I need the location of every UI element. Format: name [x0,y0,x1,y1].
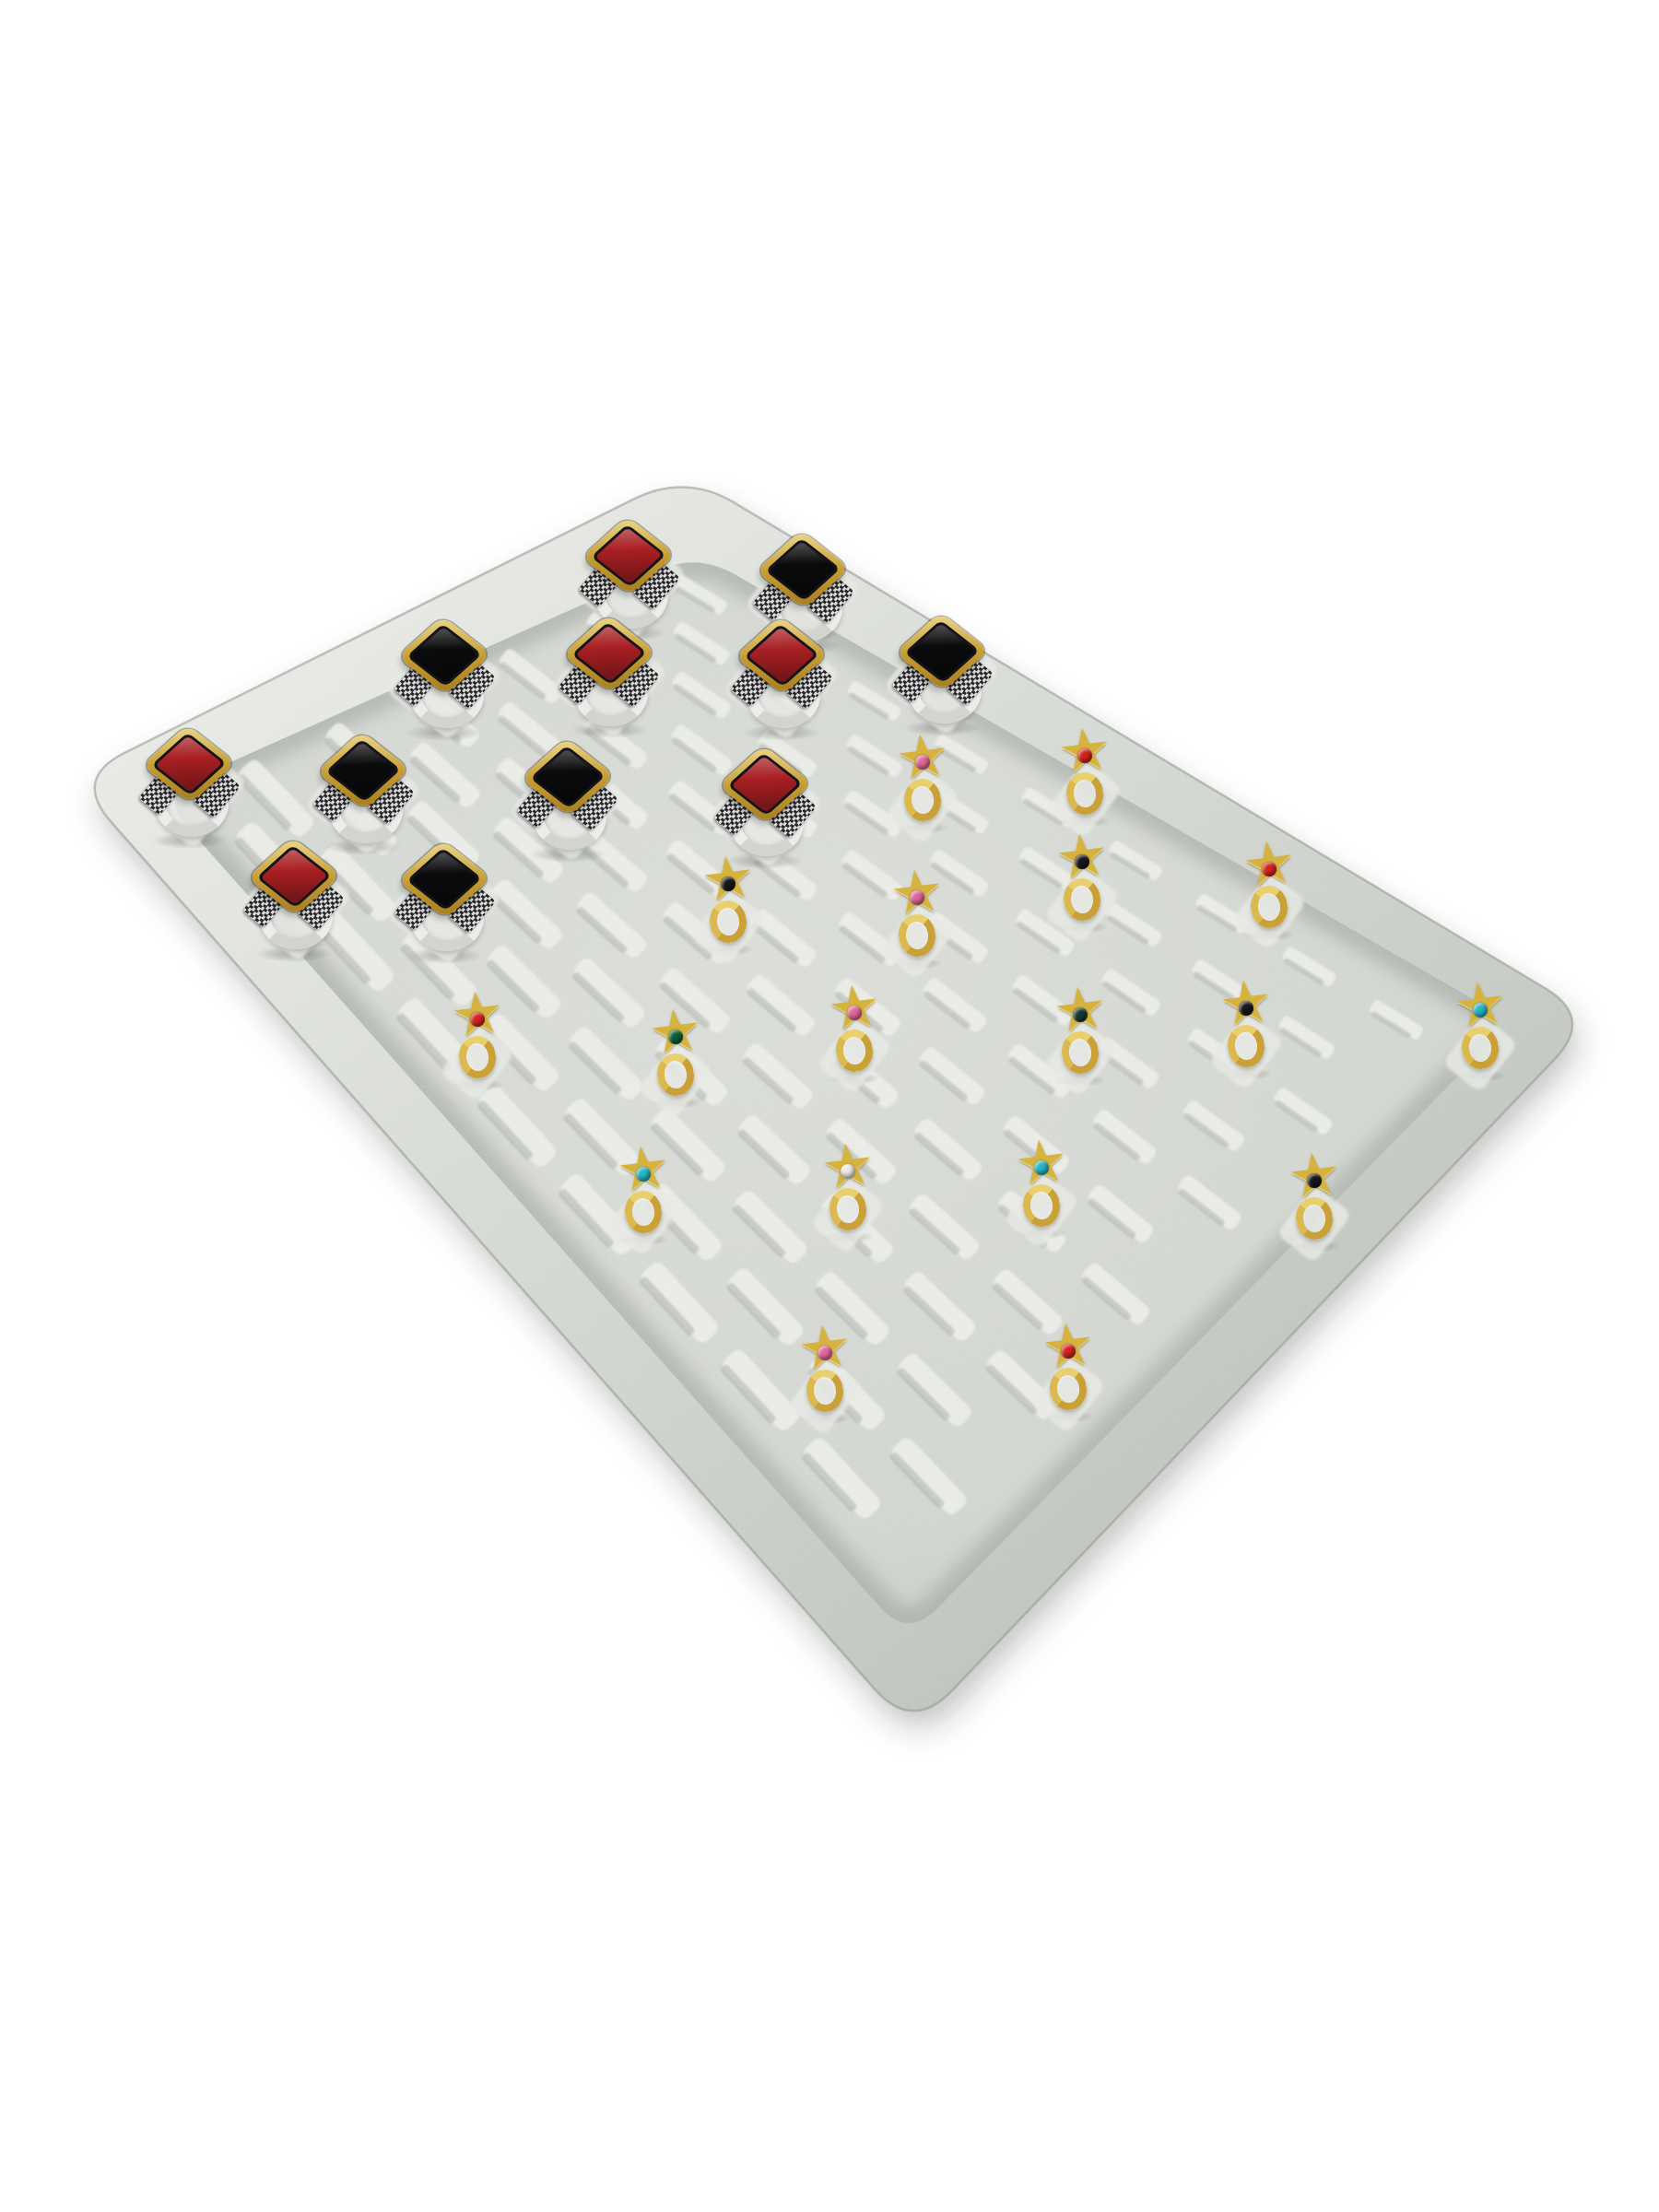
star-gem-red [1262,862,1277,877]
signet-ring-black [387,826,501,966]
star-gem-pink [818,1346,832,1360]
star-gem-red [470,1012,485,1027]
star-gem-black [1307,1173,1322,1188]
star-gem-red [1061,1344,1076,1359]
star-gem-white [841,1164,855,1179]
star-ring-pink: ★ [786,1324,864,1432]
star-gem-pink [910,890,924,905]
signet-ring-red [237,824,351,964]
star-gem-teal [1034,1160,1049,1175]
star-gem-dark-green [1073,1007,1088,1022]
signet-ring-red [552,600,666,740]
signet-ring-red [724,603,839,743]
star-ring-black: ★ [1276,1151,1353,1260]
star-gem-pink [915,755,930,770]
signet-ring-red [132,711,246,851]
signet-ring-black [885,598,999,738]
star-gem-black [1239,1001,1253,1016]
star-gem-black [1075,854,1089,869]
star-gem-black [721,877,735,891]
star-ring-green: ★ [637,1007,714,1116]
star-ring-black: ★ [1043,832,1121,941]
star-ring-teal: ★ [1003,1138,1080,1247]
star-ring-red: ★ [1046,726,1124,835]
star-ring-teal: ★ [1441,981,1519,1089]
star-ring-red: ★ [1030,1322,1107,1430]
star-ring-black: ★ [1207,979,1285,1088]
star-ring-pink: ★ [884,733,961,841]
signet-ring-black [511,724,625,865]
star-gem-teal [636,1167,651,1182]
star-gem-green [668,1030,683,1044]
star-ring-teal: ★ [605,1145,682,1253]
star-ring-red: ★ [439,990,516,1099]
rings-layer: ★ ★ [0,0,1659,2212]
star-gem-pink [847,1006,862,1020]
star-ring-white: ★ [809,1142,887,1251]
star-ring-red: ★ [1230,840,1308,948]
star-gem-teal [1473,1003,1488,1018]
star-ring-pink: ★ [816,983,893,1092]
star-ring-pink: ★ [878,868,956,977]
signet-stone-red [575,625,642,682]
star-gem-red [1077,748,1092,763]
star-ring-dark-green: ★ [1041,985,1119,1094]
star-ring-black: ★ [689,854,767,963]
photo-stage: ★ ★ [0,0,1659,2212]
signet-stone-red [731,756,798,813]
